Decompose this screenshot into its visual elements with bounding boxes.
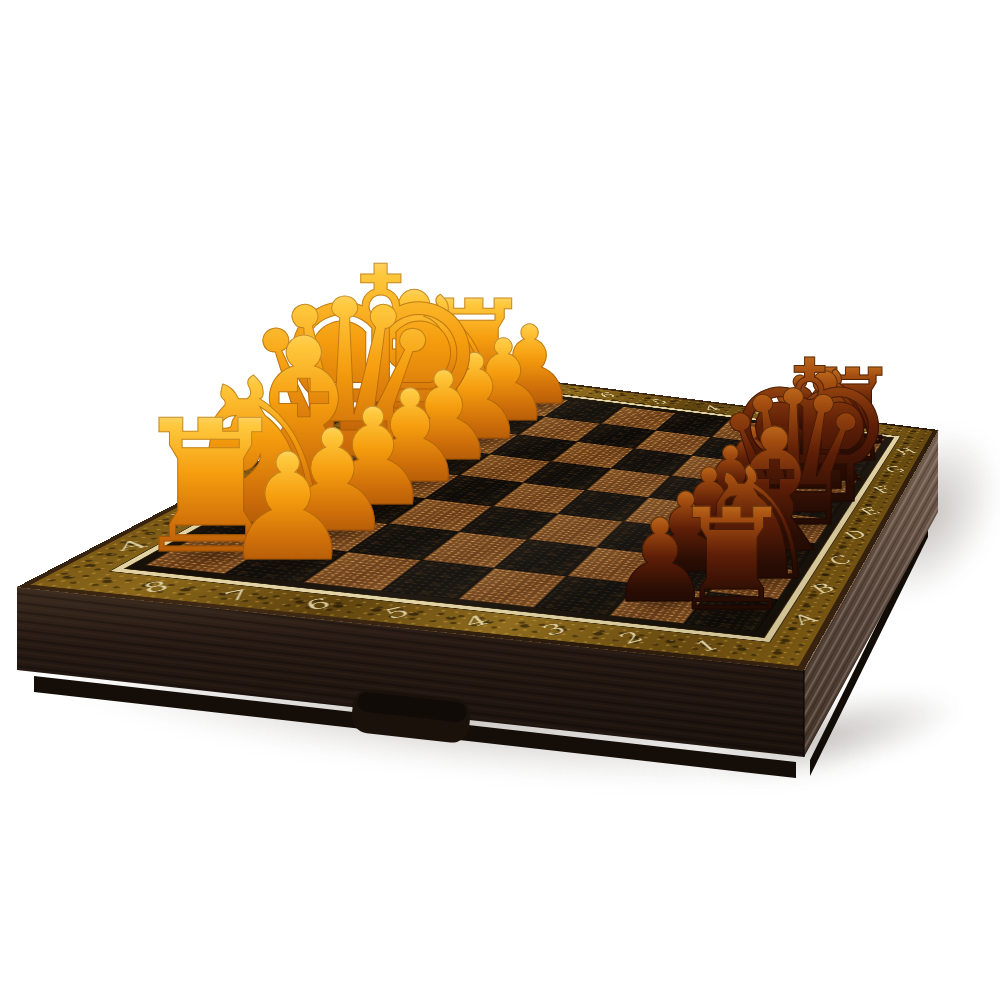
product-photo-stage: 8877665544332211HHGGFFEEDDCCBBAA ♜♞♝♛♚♝♞…	[0, 0, 1000, 1000]
